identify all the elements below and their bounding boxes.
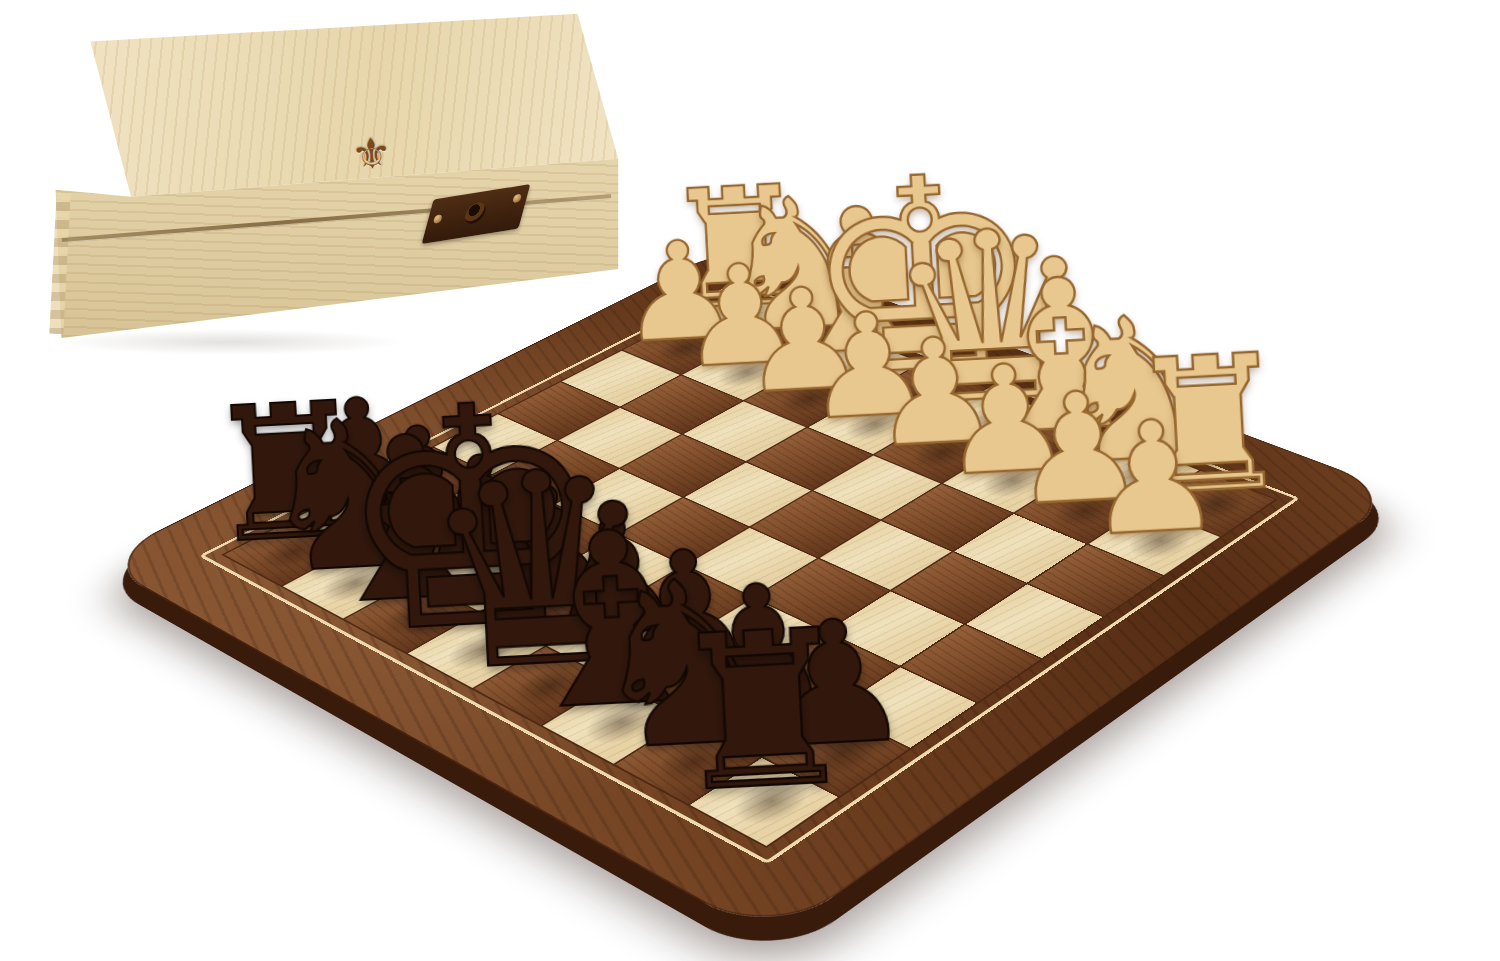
board-grid: ♜♟♟♜♞♟♟♞♝♟♟♝♚♟♟♚♛♟♟♛♝♟♟♝♞♟♟♞♜♟♟♜ — [221, 290, 1277, 847]
square-d3[interactable] — [814, 456, 940, 520]
board-scene: ♜♟♟♜♞♟♟♞♝♟♟♝♚♟♟♚♛♟♟♛♝♟♟♝♞♟♟♞♜♟♟♜ — [0, 0, 1500, 961]
board-inlay-frame: ♜♟♟♜♞♟♟♞♝♟♟♝♚♟♟♚♛♟♟♛♝♟♟♝♞♟♟♞♜♟♟♜ — [199, 282, 1301, 865]
square-a8[interactable]: ♜ — [690, 758, 838, 846]
square-b4[interactable] — [892, 552, 1026, 623]
chess-set-product-photo: ⚜ ♜♟♟♜♞♟♟♞♝♟♟♝♚♟♟♚♛♟♟♛♝♟♟♝♞♟♟♞♜♟♟♜ — [0, 0, 1500, 961]
piece-glyph: ♜ — [662, 608, 863, 814]
piece-glyph: ♟ — [1081, 404, 1225, 552]
chess-board: ♜♟♟♜♞♟♟♞♝♟♟♝♚♟♟♚♛♟♟♛♝♟♟♝♞♟♟♞♜♟♟♜ — [97, 244, 1402, 941]
